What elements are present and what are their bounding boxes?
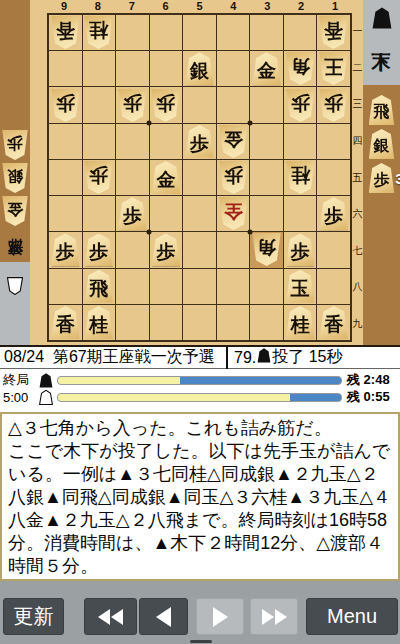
shogi-piece-歩-sente: 歩 — [84, 233, 113, 266]
shogi-piece-歩-sente: 歩 — [369, 163, 395, 193]
square-81: 桂 — [83, 15, 116, 50]
square-17 — [317, 232, 350, 267]
square-18 — [317, 269, 350, 304]
square-46: 全 — [217, 196, 250, 231]
shogi-piece-歩-sente: 歩 — [319, 197, 348, 230]
star-point — [146, 120, 151, 125]
square-29: 桂 — [284, 305, 317, 340]
square-71 — [116, 15, 149, 50]
shogi-piece-金-sente: 金 — [252, 52, 281, 85]
file-label-3: 3 — [250, 0, 284, 13]
square-84 — [83, 124, 116, 159]
file-label-2: 2 — [284, 0, 318, 13]
shogi-piece-飛-sente: 飛 — [369, 95, 395, 125]
square-39 — [250, 305, 283, 340]
square-76: 歩 — [116, 196, 149, 231]
right-arrow-icon — [213, 607, 228, 627]
nav-hint-bar — [190, 640, 212, 643]
shogi-piece-香-sente: 香 — [51, 306, 80, 339]
black-shogi-piece-icon — [257, 348, 271, 367]
sente-hand-count: 3 — [395, 170, 400, 187]
star-point — [248, 230, 253, 235]
square-23: 歩 — [284, 87, 317, 122]
shogi-piece-歩-sente: 歩 — [286, 233, 315, 266]
file-label-4: 4 — [216, 0, 250, 13]
square-96 — [49, 196, 82, 231]
square-57 — [183, 232, 216, 267]
shogi-piece-歩-gote: 歩 — [84, 161, 113, 194]
shogi-piece-歩-sente: 歩 — [118, 197, 147, 230]
square-51 — [183, 15, 216, 50]
board-grid: 香桂香銀金角王歩歩歩歩歩歩金歩金歩桂歩全歩歩歩歩角歩飛玉香桂桂香 — [47, 13, 352, 342]
square-99: 香 — [49, 305, 82, 340]
square-38 — [250, 269, 283, 304]
game-info-bar: 08/24 第67期王座戦一次予選 79.投了 15秒 — [0, 347, 400, 369]
last-move-label: 79.投了 15秒 — [228, 347, 400, 368]
shogi-piece-香-sente: 香 — [319, 306, 348, 339]
square-47 — [217, 232, 250, 267]
board-area: 歩銀金 渡部 987654321 香桂香銀金角王歩歩歩歩歩歩金歩金歩桂歩全歩歩歩… — [0, 0, 400, 347]
square-49 — [217, 305, 250, 340]
shogi-piece-角-gote: 角 — [252, 233, 281, 266]
rank-labels: 一二三四五六七八九 — [352, 13, 363, 342]
shogi-piece-香-gote: 香 — [319, 16, 348, 49]
shogi-piece-歩-sente: 歩 — [151, 233, 180, 266]
rank-label-1: 一 — [352, 13, 363, 50]
square-43 — [217, 87, 250, 122]
square-19: 香 — [317, 305, 350, 340]
sente-player-name: 木下 — [372, 36, 391, 42]
square-33 — [250, 87, 283, 122]
square-82 — [83, 51, 116, 86]
gote-capture-tray: 歩銀金 渡部 — [0, 0, 30, 345]
square-12: 王 — [317, 51, 350, 86]
star-point — [248, 120, 253, 125]
double-left-arrow-icon — [98, 609, 123, 625]
square-66 — [150, 196, 183, 231]
rank-label-5: 五 — [352, 159, 363, 196]
shogi-piece-金-sente: 金 — [151, 161, 180, 194]
square-27: 歩 — [284, 232, 317, 267]
sente-time-remaining: 残 2:48 — [347, 371, 397, 389]
rank-label-2: 二 — [352, 50, 363, 87]
shogi-piece-歩-gote: 歩 — [2, 130, 28, 160]
shogi-piece-桂-sente: 桂 — [84, 306, 113, 339]
square-56 — [183, 196, 216, 231]
gote-hand-歩: 歩 — [2, 130, 28, 160]
square-58 — [183, 269, 216, 304]
square-45: 歩 — [217, 160, 250, 195]
square-78 — [116, 269, 149, 304]
shogi-piece-銀-sente: 銀 — [185, 52, 214, 85]
square-86 — [83, 196, 116, 231]
square-79 — [116, 305, 149, 340]
square-72 — [116, 51, 149, 86]
file-label-1: 1 — [318, 0, 352, 13]
forward-to-end-button[interactable] — [250, 598, 298, 635]
shogi-piece-金-gote: 金 — [2, 196, 28, 226]
shogi-piece-香-gote: 香 — [51, 16, 80, 49]
square-44: 金 — [217, 124, 250, 159]
rewind-to-start-button[interactable] — [84, 598, 137, 635]
menu-button[interactable]: Menu — [306, 598, 398, 635]
gote-time-remaining: 残 0:55 — [347, 388, 397, 406]
square-25: 桂 — [284, 160, 317, 195]
white-shogi-piece-icon — [7, 273, 23, 295]
square-35 — [250, 160, 283, 195]
shogi-piece-桂-gote: 桂 — [84, 16, 113, 49]
file-label-9: 9 — [47, 0, 81, 13]
square-59 — [183, 305, 216, 340]
square-16: 歩 — [317, 196, 350, 231]
square-14 — [317, 124, 350, 159]
black-shogi-piece-icon — [372, 7, 392, 33]
gote-player-block: 渡部 — [0, 262, 30, 345]
square-98 — [49, 269, 82, 304]
square-77 — [116, 232, 149, 267]
gote-clock-label: 5:00 — [3, 390, 37, 405]
file-label-8: 8 — [81, 0, 115, 13]
gote-time-elapsed — [58, 394, 290, 401]
sente-capture-tray: 木下 飛銀歩3 — [363, 0, 400, 345]
next-move-button[interactable] — [196, 598, 244, 635]
black-shogi-piece-icon — [37, 373, 54, 388]
shogi-piece-桂-sente: 桂 — [286, 306, 315, 339]
square-48 — [217, 269, 250, 304]
square-41 — [217, 15, 250, 50]
gote-player-name: 渡部 — [8, 266, 23, 270]
shogi-piece-歩-sente: 歩 — [185, 125, 214, 158]
shogi-piece-歩-gote: 歩 — [118, 89, 147, 122]
update-button[interactable]: 更新 — [3, 598, 64, 635]
file-label-6: 6 — [149, 0, 183, 13]
commentary-text[interactable]: △３七角から入った。これも詰み筋だ。 ここで木下が投了した。以下は先手玉が詰んで… — [0, 412, 400, 581]
shogi-piece-歩-gote: 歩 — [286, 89, 315, 122]
shogi-piece-歩-gote: 歩 — [51, 89, 80, 122]
rank-label-4: 四 — [352, 123, 363, 160]
file-label-5: 5 — [183, 0, 217, 13]
shogi-piece-桂-gote: 桂 — [286, 161, 315, 194]
sente-hand-歩: 歩3 — [369, 163, 395, 193]
rank-label-7: 七 — [352, 232, 363, 269]
square-64 — [150, 124, 183, 159]
square-13: 歩 — [317, 87, 350, 122]
shogi-piece-歩-gote: 歩 — [219, 161, 248, 194]
square-34 — [250, 124, 283, 159]
square-36 — [250, 196, 283, 231]
square-61 — [150, 15, 183, 50]
sente-hand-飛: 飛 — [369, 95, 395, 125]
rank-label-9: 九 — [352, 306, 363, 343]
shogi-piece-飛-sente: 飛 — [84, 270, 113, 303]
square-63: 歩 — [150, 87, 183, 122]
square-94 — [49, 124, 82, 159]
square-95 — [49, 160, 82, 195]
shogi-live-screen: 歩銀金 渡部 987654321 香桂香銀金角王歩歩歩歩歩歩金歩金歩桂歩全歩歩歩… — [0, 0, 400, 644]
square-92 — [49, 51, 82, 86]
previous-move-button[interactable] — [139, 598, 188, 635]
square-83 — [83, 87, 116, 122]
shogi-piece-歩-gote: 歩 — [319, 89, 348, 122]
sente-clock-label: 終局 — [3, 371, 37, 389]
event-title: 08/24 第67期王座戦一次予選 — [0, 347, 226, 368]
shogi-piece-角-gote: 角 — [286, 52, 315, 85]
square-15 — [317, 160, 350, 195]
square-52: 銀 — [183, 51, 216, 86]
square-42 — [217, 51, 250, 86]
square-54: 歩 — [183, 124, 216, 159]
rank-label-6: 六 — [352, 196, 363, 233]
square-67: 歩 — [150, 232, 183, 267]
square-91: 香 — [49, 15, 82, 50]
square-28: 玉 — [284, 269, 317, 304]
square-24 — [284, 124, 317, 159]
navigation-toolbar: 更新 Menu — [0, 581, 400, 644]
white-shogi-piece-icon — [37, 390, 54, 405]
shogi-piece-金-gote: 金 — [219, 125, 248, 158]
double-right-arrow-icon — [262, 609, 287, 625]
file-label-7: 7 — [115, 0, 149, 13]
square-74 — [116, 124, 149, 159]
square-53 — [183, 87, 216, 122]
sente-hand: 飛銀歩3 — [363, 85, 400, 193]
shogi-piece-王-gote: 王 — [319, 52, 348, 85]
gote-clock-row: 5:00 残 0:55 — [3, 390, 397, 404]
square-68 — [150, 269, 183, 304]
star-point — [146, 230, 151, 235]
shogi-piece-銀-gote: 銀 — [2, 163, 28, 193]
gote-hand-金: 金 — [2, 196, 28, 226]
square-22: 角 — [284, 51, 317, 86]
square-69 — [150, 305, 183, 340]
square-31 — [250, 15, 283, 50]
rank-label-3: 三 — [352, 86, 363, 123]
sente-clock-row: 終局 残 2:48 — [3, 373, 397, 387]
square-85: 歩 — [83, 160, 116, 195]
square-32: 金 — [250, 51, 283, 86]
sente-time-elapsed — [58, 377, 180, 384]
shogi-piece-全-gote: 全 — [219, 197, 248, 230]
square-75 — [116, 160, 149, 195]
square-55 — [183, 160, 216, 195]
sente-player-block: 木下 — [363, 0, 400, 85]
gote-hand-銀: 銀 — [2, 163, 28, 193]
shogi-piece-歩-gote: 歩 — [151, 89, 180, 122]
clock-panel: 終局 残 2:48 5:00 残 0:55 — [0, 369, 400, 408]
square-62 — [150, 51, 183, 86]
shogi-piece-歩-sente: 歩 — [51, 233, 80, 266]
board: 987654321 香桂香銀金角王歩歩歩歩歩歩金歩金歩桂歩全歩歩歩歩角歩飛玉香桂… — [30, 0, 363, 345]
sente-time-bar — [57, 376, 342, 385]
square-97: 歩 — [49, 232, 82, 267]
square-21 — [284, 15, 317, 50]
gote-time-bar — [57, 393, 342, 402]
square-26 — [284, 196, 317, 231]
square-93: 歩 — [49, 87, 82, 122]
rank-label-8: 八 — [352, 269, 363, 306]
file-labels: 987654321 — [47, 0, 352, 13]
square-65: 金 — [150, 160, 183, 195]
square-87: 歩 — [83, 232, 116, 267]
square-73: 歩 — [116, 87, 149, 122]
square-89: 桂 — [83, 305, 116, 340]
square-11: 香 — [317, 15, 350, 50]
shogi-piece-玉-sente: 玉 — [286, 270, 315, 303]
square-37: 角 — [250, 232, 283, 267]
sente-hand-銀: 銀 — [369, 129, 395, 159]
left-arrow-icon — [156, 607, 171, 627]
square-88: 飛 — [83, 269, 116, 304]
shogi-piece-銀-sente: 銀 — [369, 129, 395, 159]
gote-hand: 歩銀金 — [0, 0, 30, 226]
